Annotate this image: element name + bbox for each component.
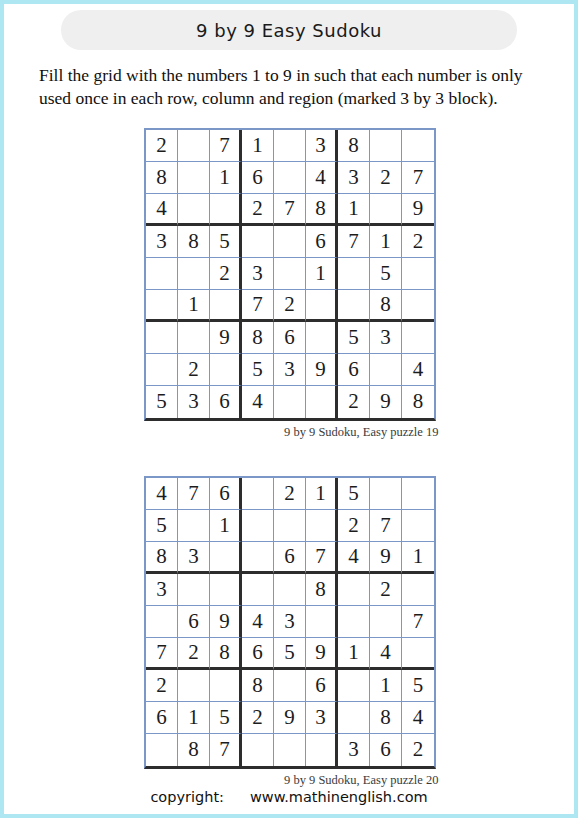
sudoku-cell-r1c6: 3 (306, 130, 338, 162)
sudoku-cell-r1c3: 6 (210, 478, 242, 510)
sudoku-cell-r7c3[interactable] (210, 670, 242, 702)
sudoku-cell-r9c8: 9 (370, 386, 402, 418)
sudoku-cell-r4c6: 8 (306, 574, 338, 606)
sudoku-cell-r7c8: 3 (370, 322, 402, 354)
sudoku-cell-r3c1: 4 (146, 194, 178, 226)
sudoku-cell-r2c6[interactable] (306, 510, 338, 542)
sudoku-cell-r5c2[interactable] (178, 258, 210, 290)
sudoku-cell-r2c9: 7 (402, 162, 434, 194)
sudoku-cell-r7c7: 5 (338, 322, 370, 354)
sudoku-grid-2: 4762155127836749138269437728659142861561… (144, 476, 436, 769)
sudoku-cell-r2c2[interactable] (178, 162, 210, 194)
sudoku-cell-r5c7[interactable] (338, 606, 370, 638)
sudoku-cell-r2c8: 7 (370, 510, 402, 542)
sudoku-cell-r8c6: 9 (306, 354, 338, 386)
sudoku-cell-r8c5: 3 (274, 354, 306, 386)
sudoku-cell-r2c4: 6 (242, 162, 274, 194)
sudoku-cell-r1c9[interactable] (402, 130, 434, 162)
sudoku-cell-r3c2: 3 (178, 542, 210, 574)
sudoku-cell-r1c2[interactable] (178, 130, 210, 162)
sudoku-cell-r8c3: 5 (210, 702, 242, 734)
sudoku-cell-r8c7[interactable] (338, 702, 370, 734)
sudoku-cell-r8c4: 5 (242, 354, 274, 386)
sudoku-cell-r1c1: 4 (146, 478, 178, 510)
sudoku-cell-r6c4: 7 (242, 290, 274, 322)
sudoku-cell-r3c4[interactable] (242, 542, 274, 574)
sudoku-cell-r6c3: 8 (210, 638, 242, 670)
sudoku-cell-r3c8: 9 (370, 542, 402, 574)
sudoku-cell-r8c5: 9 (274, 702, 306, 734)
sudoku-cell-r8c3[interactable] (210, 354, 242, 386)
sudoku-cell-r2c4[interactable] (242, 510, 274, 542)
puzzle-2-caption: 9 by 9 Sudoku, Easy puzzle 20 (284, 773, 574, 788)
sudoku-cell-r3c6: 8 (306, 194, 338, 226)
sudoku-cell-r9c5[interactable] (274, 386, 306, 418)
sudoku-cell-r7c1[interactable] (146, 322, 178, 354)
sudoku-cell-r2c5[interactable] (274, 510, 306, 542)
sudoku-cell-r7c9: 5 (402, 670, 434, 702)
sudoku-cell-r2c3: 1 (210, 162, 242, 194)
sudoku-cell-r2c5[interactable] (274, 162, 306, 194)
sudoku-cell-r3c9: 1 (402, 542, 434, 574)
sudoku-cell-r7c1: 2 (146, 670, 178, 702)
sudoku-cell-r5c8[interactable] (370, 606, 402, 638)
sudoku-cell-r8c6: 3 (306, 702, 338, 734)
sudoku-cell-r3c2[interactable] (178, 194, 210, 226)
sudoku-cell-r7c4: 8 (242, 322, 274, 354)
sudoku-cell-r9c1: 5 (146, 386, 178, 418)
sudoku-cell-r2c7: 3 (338, 162, 370, 194)
sudoku-cell-r9c3: 7 (210, 734, 242, 766)
sudoku-cell-r1c7: 5 (338, 478, 370, 510)
sudoku-cell-r5c2: 6 (178, 606, 210, 638)
sudoku-cell-r3c3[interactable] (210, 542, 242, 574)
sudoku-cell-r6c3[interactable] (210, 290, 242, 322)
sudoku-cell-r2c1: 5 (146, 510, 178, 542)
sudoku-cell-r2c3: 1 (210, 510, 242, 542)
sudoku-cell-r7c2[interactable] (178, 670, 210, 702)
footer: copyright:www.mathinenglish.com (4, 789, 574, 805)
sudoku-cell-r8c8[interactable] (370, 354, 402, 386)
sudoku-cell-r6c1: 7 (146, 638, 178, 670)
sudoku-cell-r6c8: 8 (370, 290, 402, 322)
sudoku-cell-r6c2: 2 (178, 638, 210, 670)
sudoku-cell-r7c6: 6 (306, 670, 338, 702)
sudoku-cell-r6c5: 2 (274, 290, 306, 322)
sudoku-cell-r5c1[interactable] (146, 606, 178, 638)
sudoku-cell-r7c6[interactable] (306, 322, 338, 354)
sudoku-cell-r6c6: 9 (306, 638, 338, 670)
sudoku-cell-r4c9: 2 (402, 226, 434, 258)
sudoku-cell-r9c8: 6 (370, 734, 402, 766)
sudoku-cell-r3c4: 2 (242, 194, 274, 226)
sudoku-cell-r4c2: 8 (178, 226, 210, 258)
sudoku-cell-r5c4: 4 (242, 606, 274, 638)
sudoku-cell-r6c7: 1 (338, 638, 370, 670)
sudoku-cell-r4c1: 3 (146, 226, 178, 258)
sudoku-cell-r8c1: 6 (146, 702, 178, 734)
sudoku-cell-r3c5: 7 (274, 194, 306, 226)
sudoku-cell-r5c3: 2 (210, 258, 242, 290)
sudoku-cell-r6c1[interactable] (146, 290, 178, 322)
sudoku-cell-r4c5[interactable] (274, 226, 306, 258)
sudoku-cell-r9c4: 4 (242, 386, 274, 418)
sudoku-cell-r9c3: 6 (210, 386, 242, 418)
sudoku-cell-r5c5[interactable] (274, 258, 306, 290)
sudoku-cell-r7c9[interactable] (402, 322, 434, 354)
footer-copyright-label: copyright: (150, 789, 224, 805)
sudoku-cell-r5c9[interactable] (402, 258, 434, 290)
sudoku-cell-r3c1: 8 (146, 542, 178, 574)
sudoku-cell-r7c4: 8 (242, 670, 274, 702)
sudoku-cell-r4c9[interactable] (402, 574, 434, 606)
sudoku-cell-r1c4[interactable] (242, 478, 274, 510)
page-title: 9 by 9 Easy Sudoku (61, 10, 517, 50)
sudoku-cell-r5c3: 9 (210, 606, 242, 638)
sudoku-cell-r6c4: 6 (242, 638, 274, 670)
sudoku-cell-r9c4[interactable] (242, 734, 274, 766)
sudoku-cell-r2c8: 2 (370, 162, 402, 194)
sudoku-cell-r7c5[interactable] (274, 670, 306, 702)
sudoku-cell-r5c6: 1 (306, 258, 338, 290)
sudoku-cell-r9c9: 8 (402, 386, 434, 418)
sudoku-cell-r3c8[interactable] (370, 194, 402, 226)
sudoku-cell-r1c8[interactable] (370, 130, 402, 162)
sudoku-grid-1: 2713881643274278193856712231517289865325… (144, 128, 436, 421)
sudoku-cell-r3c3[interactable] (210, 194, 242, 226)
sudoku-cell-r1c9[interactable] (402, 478, 434, 510)
sudoku-cell-r2c9[interactable] (402, 510, 434, 542)
sudoku-cell-r6c8: 4 (370, 638, 402, 670)
sudoku-cell-r5c5: 3 (274, 606, 306, 638)
sudoku-cell-r1c4: 1 (242, 130, 274, 162)
sudoku-cell-r8c2: 1 (178, 702, 210, 734)
page-title-text: 9 by 9 Easy Sudoku (196, 20, 382, 41)
sudoku-cell-r1c7: 8 (338, 130, 370, 162)
sudoku-cell-r5c8: 5 (370, 258, 402, 290)
sudoku-cell-r6c9[interactable] (402, 638, 434, 670)
sudoku-cell-r9c2: 3 (178, 386, 210, 418)
sudoku-cell-r9c2: 8 (178, 734, 210, 766)
sudoku-cell-r4c1: 3 (146, 574, 178, 606)
sudoku-cell-r9c7: 3 (338, 734, 370, 766)
sudoku-cell-r1c8[interactable] (370, 478, 402, 510)
sudoku-cell-r2c1: 8 (146, 162, 178, 194)
sudoku-cell-r9c6[interactable] (306, 734, 338, 766)
sudoku-cell-r9c6[interactable] (306, 386, 338, 418)
sudoku-cell-r8c9: 4 (402, 354, 434, 386)
sudoku-cell-r8c1[interactable] (146, 354, 178, 386)
sudoku-cell-r7c5: 6 (274, 322, 306, 354)
sudoku-cell-r6c7[interactable] (338, 290, 370, 322)
sudoku-cell-r6c5: 5 (274, 638, 306, 670)
sudoku-cell-r1c2: 7 (178, 478, 210, 510)
sudoku-cell-r1c5[interactable] (274, 130, 306, 162)
sudoku-cell-r4c7: 7 (338, 226, 370, 258)
sudoku-cell-r1c6: 1 (306, 478, 338, 510)
sudoku-cell-r1c5: 2 (274, 478, 306, 510)
sudoku-cell-r3c7: 1 (338, 194, 370, 226)
sudoku-cell-r6c6[interactable] (306, 290, 338, 322)
sudoku-cell-r9c7: 2 (338, 386, 370, 418)
sudoku-cell-r6c9[interactable] (402, 290, 434, 322)
sudoku-cell-r5c9: 7 (402, 606, 434, 638)
sudoku-cell-r2c7: 2 (338, 510, 370, 542)
sudoku-cell-r5c7[interactable] (338, 258, 370, 290)
puzzle-1-caption: 9 by 9 Sudoku, Easy puzzle 19 (284, 425, 574, 440)
sudoku-cell-r9c5[interactable] (274, 734, 306, 766)
puzzle-2-block: 4762155127836749138269437728659142861561… (144, 476, 574, 788)
sudoku-cell-r4c2[interactable] (178, 574, 210, 606)
sudoku-cell-r5c4: 3 (242, 258, 274, 290)
sudoku-cell-r4c8: 1 (370, 226, 402, 258)
sudoku-cell-r8c9: 4 (402, 702, 434, 734)
sudoku-cell-r3c6: 7 (306, 542, 338, 574)
sudoku-cell-r8c7: 6 (338, 354, 370, 386)
sudoku-cell-r3c7: 4 (338, 542, 370, 574)
worksheet-page: 9 by 9 Easy Sudoku Fill the grid with th… (0, 0, 578, 818)
footer-site-link[interactable]: www.mathinenglish.com (250, 789, 428, 805)
sudoku-cell-r4c4[interactable] (242, 574, 274, 606)
sudoku-cell-r1c3: 7 (210, 130, 242, 162)
instructions-text: Fill the grid with the numbers 1 to 9 in… (39, 64, 546, 110)
sudoku-cell-r3c9: 9 (402, 194, 434, 226)
sudoku-cell-r4c3[interactable] (210, 574, 242, 606)
sudoku-cell-r4c8: 2 (370, 574, 402, 606)
sudoku-cell-r8c2: 2 (178, 354, 210, 386)
sudoku-cell-r7c7[interactable] (338, 670, 370, 702)
sudoku-cell-r2c6: 4 (306, 162, 338, 194)
sudoku-cell-r8c8: 8 (370, 702, 402, 734)
sudoku-cell-r7c2[interactable] (178, 322, 210, 354)
sudoku-cell-r8c4: 2 (242, 702, 274, 734)
sudoku-cell-r4c6: 6 (306, 226, 338, 258)
sudoku-cell-r3c5: 6 (274, 542, 306, 574)
sudoku-cell-r9c9: 2 (402, 734, 434, 766)
sudoku-cell-r6c2: 1 (178, 290, 210, 322)
sudoku-cell-r7c8: 1 (370, 670, 402, 702)
sudoku-cell-r4c7[interactable] (338, 574, 370, 606)
puzzle-1-block: 2713881643274278193856712231517289865325… (144, 128, 574, 440)
sudoku-cell-r4c3: 5 (210, 226, 242, 258)
sudoku-cell-r9c1[interactable] (146, 734, 178, 766)
sudoku-cell-r1c1: 2 (146, 130, 178, 162)
sudoku-cell-r5c6[interactable] (306, 606, 338, 638)
sudoku-cell-r7c3: 9 (210, 322, 242, 354)
sudoku-cell-r2c2[interactable] (178, 510, 210, 542)
sudoku-cell-r5c1[interactable] (146, 258, 178, 290)
sudoku-cell-r4c5[interactable] (274, 574, 306, 606)
sudoku-cell-r4c4[interactable] (242, 226, 274, 258)
